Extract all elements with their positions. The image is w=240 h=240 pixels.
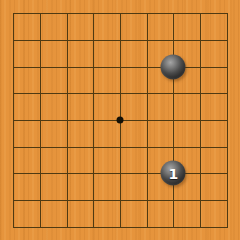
go-board[interactable]: 1 <box>0 0 240 240</box>
grid-line-vertical <box>173 13 174 227</box>
grid-line-horizontal <box>13 227 227 228</box>
board-grid: 1 <box>0 0 240 240</box>
grid-line-vertical <box>200 13 201 227</box>
grid-line-vertical <box>147 13 148 227</box>
stone-black-g3[interactable]: 1 <box>161 161 186 186</box>
grid-line-horizontal <box>13 173 227 174</box>
grid-line-vertical <box>227 13 228 227</box>
stone-black-g7[interactable] <box>161 54 186 79</box>
star-point <box>117 117 124 124</box>
grid-line-horizontal <box>13 147 227 148</box>
grid-line-horizontal <box>13 200 227 201</box>
move-number-label: 1 <box>168 166 178 180</box>
